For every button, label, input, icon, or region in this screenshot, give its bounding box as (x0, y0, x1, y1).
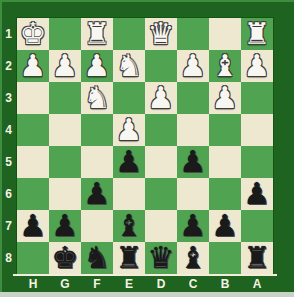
piece-white-queen: ♛ (148, 18, 175, 50)
file-label-g: G (49, 277, 81, 291)
square-h3[interactable] (17, 82, 49, 114)
square-h2[interactable]: ♟ (17, 50, 49, 82)
square-g7[interactable]: ♟ (49, 210, 81, 242)
rank-label-3: 3 (0, 82, 17, 114)
square-e8[interactable]: ♜ (113, 242, 145, 274)
square-e5[interactable]: ♟ (113, 146, 145, 178)
square-g2[interactable]: ♟ (49, 50, 81, 82)
piece-white-knight: ♞ (84, 82, 111, 114)
piece-black-rook: ♜ (116, 242, 143, 274)
square-c5[interactable]: ♟ (177, 146, 209, 178)
square-d2[interactable] (145, 50, 177, 82)
piece-black-rook: ♜ (244, 242, 271, 274)
square-c3[interactable] (177, 82, 209, 114)
piece-black-king: ♚ (52, 242, 79, 274)
square-a4[interactable] (241, 114, 273, 146)
square-h1[interactable]: ♚ (17, 18, 49, 50)
square-f8[interactable]: ♞ (81, 242, 113, 274)
rank-label-7: 7 (0, 210, 17, 242)
square-e2[interactable]: ♞ (113, 50, 145, 82)
board-frame: 1 2 3 4 5 6 7 8 ♚♜♛♜♟♟♟♞♟♝♟♞♟♟♟♟♟♟♟♟♟♝♟♟… (0, 0, 294, 297)
square-g3[interactable] (49, 82, 81, 114)
square-h5[interactable] (17, 146, 49, 178)
piece-white-pawn: ♟ (244, 50, 271, 82)
piece-black-pawn: ♟ (212, 210, 239, 242)
square-b5[interactable] (209, 146, 241, 178)
square-a7[interactable] (241, 210, 273, 242)
piece-white-pawn: ♟ (148, 82, 175, 114)
square-f5[interactable] (81, 146, 113, 178)
rank-label-4: 4 (0, 114, 17, 146)
square-f2[interactable]: ♟ (81, 50, 113, 82)
square-d6[interactable] (145, 178, 177, 210)
piece-black-knight: ♞ (84, 242, 111, 274)
square-b2[interactable]: ♝ (209, 50, 241, 82)
square-d4[interactable] (145, 114, 177, 146)
square-c1[interactable] (177, 18, 209, 50)
piece-white-pawn: ♟ (180, 50, 207, 82)
piece-black-pawn: ♟ (180, 210, 207, 242)
square-c7[interactable]: ♟ (177, 210, 209, 242)
square-f4[interactable] (81, 114, 113, 146)
rank-label-6: 6 (0, 178, 17, 210)
square-e6[interactable] (113, 178, 145, 210)
piece-white-knight: ♞ (116, 50, 143, 82)
square-b6[interactable] (209, 178, 241, 210)
square-d8[interactable]: ♛ (145, 242, 177, 274)
square-g6[interactable] (49, 178, 81, 210)
piece-white-pawn: ♟ (52, 50, 79, 82)
square-a5[interactable] (241, 146, 273, 178)
square-h6[interactable] (17, 178, 49, 210)
square-h7[interactable]: ♟ (17, 210, 49, 242)
chess-board: ♚♜♛♜♟♟♟♞♟♝♟♞♟♟♟♟♟♟♟♟♟♝♟♟♚♞♜♛♝♜ (17, 18, 273, 274)
square-h8[interactable] (17, 242, 49, 274)
square-a8[interactable]: ♜ (241, 242, 273, 274)
square-a2[interactable]: ♟ (241, 50, 273, 82)
square-f7[interactable] (81, 210, 113, 242)
rank-label-5: 5 (0, 146, 17, 178)
piece-black-bishop: ♝ (180, 242, 207, 274)
square-h4[interactable] (17, 114, 49, 146)
square-g1[interactable] (49, 18, 81, 50)
file-label-a: A (241, 277, 273, 291)
file-label-h: H (17, 277, 49, 291)
square-e3[interactable] (113, 82, 145, 114)
square-f3[interactable]: ♞ (81, 82, 113, 114)
square-e4[interactable]: ♟ (113, 114, 145, 146)
piece-black-pawn: ♟ (180, 146, 207, 178)
file-label-b: B (209, 277, 241, 291)
piece-black-pawn: ♟ (116, 146, 143, 178)
rank-label-8: 8 (0, 242, 17, 274)
square-b4[interactable] (209, 114, 241, 146)
square-c4[interactable] (177, 114, 209, 146)
piece-white-rook: ♜ (244, 18, 271, 50)
file-label-e: E (113, 277, 145, 291)
rank-label-2: 2 (0, 50, 17, 82)
square-g4[interactable] (49, 114, 81, 146)
square-g5[interactable] (49, 146, 81, 178)
square-b3[interactable]: ♟ (209, 82, 241, 114)
piece-black-pawn: ♟ (244, 178, 271, 210)
square-d1[interactable]: ♛ (145, 18, 177, 50)
piece-black-pawn: ♟ (52, 210, 79, 242)
piece-white-pawn: ♟ (84, 50, 111, 82)
piece-white-bishop: ♝ (212, 50, 239, 82)
square-e7[interactable]: ♝ (113, 210, 145, 242)
square-c6[interactable] (177, 178, 209, 210)
square-b8[interactable] (209, 242, 241, 274)
piece-black-bishop: ♝ (116, 210, 143, 242)
piece-white-rook: ♜ (84, 18, 111, 50)
square-f6[interactable]: ♟ (81, 178, 113, 210)
square-c8[interactable]: ♝ (177, 242, 209, 274)
square-d7[interactable] (145, 210, 177, 242)
file-labels: H G F E D C B A (17, 277, 273, 291)
square-a1[interactable]: ♜ (241, 18, 273, 50)
piece-white-pawn: ♟ (116, 114, 143, 146)
square-a6[interactable]: ♟ (241, 178, 273, 210)
file-label-d: D (145, 277, 177, 291)
piece-white-king: ♚ (20, 18, 47, 50)
square-d3[interactable]: ♟ (145, 82, 177, 114)
square-b7[interactable]: ♟ (209, 210, 241, 242)
square-f1[interactable]: ♜ (81, 18, 113, 50)
piece-black-queen: ♛ (148, 242, 175, 274)
piece-white-pawn: ♟ (212, 82, 239, 114)
rank-labels: 1 2 3 4 5 6 7 8 (0, 18, 17, 274)
piece-white-pawn: ♟ (20, 50, 47, 82)
square-b1[interactable] (209, 18, 241, 50)
rank-label-1: 1 (0, 18, 17, 50)
file-label-c: C (177, 277, 209, 291)
piece-black-pawn: ♟ (84, 178, 111, 210)
square-a3[interactable] (241, 82, 273, 114)
square-d5[interactable] (145, 146, 177, 178)
square-g8[interactable]: ♚ (49, 242, 81, 274)
piece-black-pawn: ♟ (20, 210, 47, 242)
board-underline (13, 274, 277, 276)
file-label-f: F (81, 277, 113, 291)
square-e1[interactable] (113, 18, 145, 50)
square-c2[interactable]: ♟ (177, 50, 209, 82)
bottom-strip (0, 292, 294, 297)
